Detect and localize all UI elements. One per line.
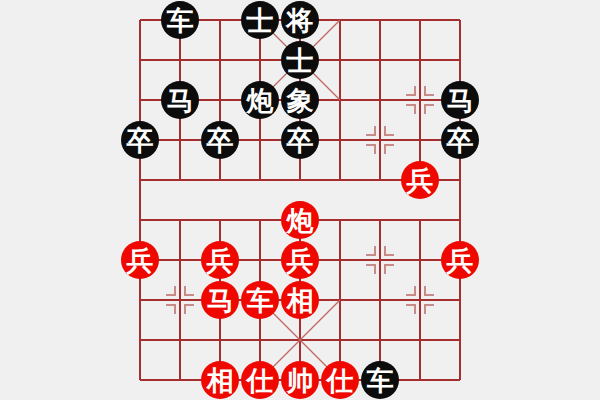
red-advisor-piece[interactable]: 仕 <box>321 361 359 399</box>
black-horse-piece[interactable]: 马 <box>161 81 199 119</box>
red-horse-piece[interactable]: 马 <box>201 281 239 319</box>
pieces-layer: 车士将士马炮象马卒卒卒卒兵炮兵兵兵兵马车相相仕帅仕车 <box>0 0 600 400</box>
black-soldier-piece[interactable]: 卒 <box>121 121 159 159</box>
black-elephant-piece[interactable]: 象 <box>281 81 319 119</box>
black-soldier-piece[interactable]: 卒 <box>201 121 239 159</box>
black-horse-piece[interactable]: 马 <box>441 81 479 119</box>
red-soldier-piece[interactable]: 兵 <box>401 161 439 199</box>
red-soldier-piece[interactable]: 兵 <box>441 241 479 279</box>
black-soldier-piece[interactable]: 卒 <box>281 121 319 159</box>
red-general-piece[interactable]: 帅 <box>281 361 319 399</box>
black-general-piece[interactable]: 将 <box>281 1 319 39</box>
red-advisor-piece[interactable]: 仕 <box>241 361 279 399</box>
black-advisor-piece[interactable]: 士 <box>281 41 319 79</box>
red-soldier-piece[interactable]: 兵 <box>281 241 319 279</box>
red-chariot-piece[interactable]: 车 <box>241 281 279 319</box>
red-elephant-piece[interactable]: 相 <box>201 361 239 399</box>
black-chariot-piece[interactable]: 车 <box>361 361 399 399</box>
black-soldier-piece[interactable]: 卒 <box>441 121 479 159</box>
black-advisor-piece[interactable]: 士 <box>241 1 279 39</box>
red-cannon-piece[interactable]: 炮 <box>281 201 319 239</box>
red-soldier-piece[interactable]: 兵 <box>201 241 239 279</box>
black-chariot-piece[interactable]: 车 <box>161 1 199 39</box>
black-cannon-piece[interactable]: 炮 <box>241 81 279 119</box>
xiangqi-board: 车士将士马炮象马卒卒卒卒兵炮兵兵兵兵马车相相仕帅仕车 <box>0 0 600 400</box>
red-soldier-piece[interactable]: 兵 <box>121 241 159 279</box>
red-elephant-piece[interactable]: 相 <box>281 281 319 319</box>
